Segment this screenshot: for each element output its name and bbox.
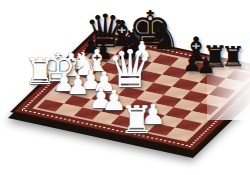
- black-pawn-piece[interactable]: ♟: [197, 56, 216, 77]
- white-pawn-piece[interactable]: ♟: [66, 72, 89, 98]
- white-rook-piece[interactable]: ♜: [24, 54, 56, 90]
- chess-set-photo: ♝♚♛♞♟♞♟♟♟♟♝♜♜♟♟♝♞♝♚♜♟♛♟♟♟♟♟♟♜: [0, 0, 250, 175]
- white-rook-piece[interactable]: ♜: [120, 101, 154, 139]
